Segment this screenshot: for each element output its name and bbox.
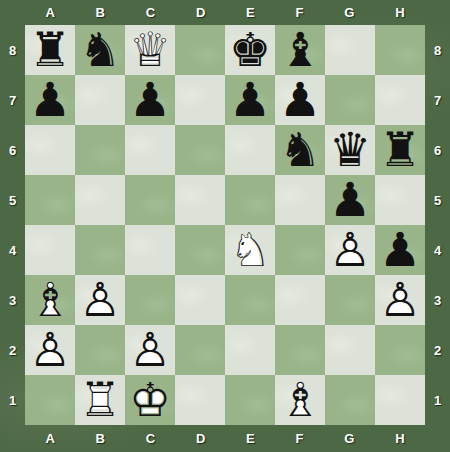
white-pawn-outline-icon: ♙ (25, 325, 75, 375)
piece-white-pawn-a2[interactable]: ♟♙ (25, 325, 75, 375)
piece-black-pawn-e7[interactable]: ♟ (225, 75, 275, 125)
rank-label-left-4: 4 (0, 225, 25, 275)
rank-label-right-6: 6 (425, 125, 450, 175)
black-queen-icon: ♛ (325, 125, 375, 175)
square-h5[interactable] (375, 175, 425, 225)
white-pawn-icon: ♟ (325, 225, 375, 275)
square-e5[interactable] (225, 175, 275, 225)
file-label-top-b: B (75, 0, 125, 25)
file-labels-top: ABCDEFGH (25, 0, 425, 25)
white-queen-outline-icon: ♕ (125, 25, 175, 75)
square-f8[interactable]: ♝ (275, 25, 325, 75)
file-label-bottom-e: E (226, 425, 275, 452)
piece-white-pawn-h3[interactable]: ♟♙ (375, 275, 425, 325)
file-label-top-d: D (176, 0, 226, 25)
white-rook-icon: ♜ (75, 375, 125, 425)
piece-black-rook-a8[interactable]: ♜ (25, 25, 75, 75)
square-g6[interactable]: ♛ (325, 125, 375, 175)
rank-label-right-3: 3 (425, 275, 450, 325)
rank-label-left-3: 3 (0, 275, 25, 325)
piece-black-bishop-f8[interactable]: ♝ (275, 25, 325, 75)
piece-black-pawn-a7[interactable]: ♟ (25, 75, 75, 125)
black-knight-icon: ♞ (275, 125, 325, 175)
white-bishop-icon: ♝ (275, 375, 325, 425)
white-king-icon: ♚ (125, 375, 175, 425)
black-rook-icon: ♜ (375, 125, 425, 175)
black-pawn-icon: ♟ (375, 225, 425, 275)
square-f7[interactable]: ♟ (275, 75, 325, 125)
square-a5[interactable] (25, 175, 75, 225)
square-c5[interactable] (125, 175, 175, 225)
square-b6[interactable] (75, 125, 125, 175)
square-g4[interactable]: ♟♙ (325, 225, 375, 275)
file-label-bottom-d: D (176, 425, 226, 452)
file-labels-bottom: ABCDEFGH (25, 425, 425, 452)
square-d1[interactable] (175, 375, 225, 425)
square-a2[interactable]: ♟♙ (25, 325, 75, 375)
square-f2[interactable] (275, 325, 325, 375)
square-d4[interactable] (175, 225, 225, 275)
black-knight-icon: ♞ (75, 25, 125, 75)
white-pawn-outline-icon: ♙ (325, 225, 375, 275)
rank-label-left-5: 5 (0, 175, 25, 225)
white-pawn-icon: ♟ (75, 275, 125, 325)
white-knight-outline-icon: ♘ (225, 225, 275, 275)
file-label-bottom-b: B (75, 425, 125, 452)
white-queen-icon: ♛ (125, 25, 175, 75)
rank-label-right-8: 8 (425, 25, 450, 75)
white-knight-icon: ♞ (225, 225, 275, 275)
square-b3[interactable]: ♟♙ (75, 275, 125, 325)
rank-label-left-6: 6 (0, 125, 25, 175)
piece-white-knight-e4[interactable]: ♞♘ (225, 225, 275, 275)
square-d8[interactable] (175, 25, 225, 75)
piece-white-pawn-b3[interactable]: ♟♙ (75, 275, 125, 325)
file-label-top-e: E (226, 0, 275, 25)
rank-labels-left: 87654321 (0, 25, 25, 425)
black-pawn-icon: ♟ (125, 75, 175, 125)
square-b8[interactable]: ♞ (75, 25, 125, 75)
rank-label-left-2: 2 (0, 325, 25, 375)
piece-white-queen-c8[interactable]: ♛♕ (125, 25, 175, 75)
square-g1[interactable] (325, 375, 375, 425)
file-label-top-c: C (125, 0, 175, 25)
square-f1[interactable]: ♝♗ (275, 375, 325, 425)
square-a3[interactable]: ♝♗ (25, 275, 75, 325)
piece-white-king-c1[interactable]: ♚♔ (125, 375, 175, 425)
square-b4[interactable] (75, 225, 125, 275)
square-f4[interactable] (275, 225, 325, 275)
piece-white-bishop-f1[interactable]: ♝♗ (275, 375, 325, 425)
black-bishop-icon: ♝ (275, 25, 325, 75)
file-label-top-g: G (324, 0, 375, 25)
square-f5[interactable] (275, 175, 325, 225)
square-a4[interactable] (25, 225, 75, 275)
square-f6[interactable]: ♞ (275, 125, 325, 175)
black-rook-icon: ♜ (25, 25, 75, 75)
rank-label-right-7: 7 (425, 75, 450, 125)
square-d7[interactable] (175, 75, 225, 125)
square-h7[interactable] (375, 75, 425, 125)
black-pawn-icon: ♟ (275, 75, 325, 125)
black-pawn-icon: ♟ (25, 75, 75, 125)
file-label-bottom-h: H (375, 425, 425, 452)
square-c2[interactable]: ♟♙ (125, 325, 175, 375)
piece-white-bishop-a3[interactable]: ♝♗ (25, 275, 75, 325)
square-b5[interactable] (75, 175, 125, 225)
file-label-bottom-c: C (125, 425, 175, 452)
square-e8[interactable]: ♚ (225, 25, 275, 75)
square-a8[interactable]: ♜ (25, 25, 75, 75)
square-c8[interactable]: ♛♕ (125, 25, 175, 75)
square-e1[interactable] (225, 375, 275, 425)
rank-label-left-8: 8 (0, 25, 25, 75)
square-a7[interactable]: ♟ (25, 75, 75, 125)
square-h6[interactable]: ♜ (375, 125, 425, 175)
square-a6[interactable] (25, 125, 75, 175)
square-c3[interactable] (125, 275, 175, 325)
piece-black-pawn-f7[interactable]: ♟ (275, 75, 325, 125)
white-king-outline-icon: ♔ (125, 375, 175, 425)
file-label-bottom-a: A (25, 425, 75, 452)
square-d5[interactable] (175, 175, 225, 225)
white-pawn-icon: ♟ (125, 325, 175, 375)
square-a1[interactable] (25, 375, 75, 425)
square-c4[interactable] (125, 225, 175, 275)
piece-black-knight-f6[interactable]: ♞ (275, 125, 325, 175)
square-c6[interactable] (125, 125, 175, 175)
square-f3[interactable] (275, 275, 325, 325)
file-label-top-a: A (25, 0, 75, 25)
piece-white-pawn-g4[interactable]: ♟♙ (325, 225, 375, 275)
chess-board: ♜♞♛♕♚♝♟♟♟♟♞♛♜♟♞♘♟♙♟♝♗♟♙♟♙♟♙♟♙♜♖♚♔♝♗ (25, 25, 425, 425)
black-pawn-icon: ♟ (225, 75, 275, 125)
piece-black-queen-g6[interactable]: ♛ (325, 125, 375, 175)
rank-label-left-7: 7 (0, 75, 25, 125)
square-g3[interactable] (325, 275, 375, 325)
square-b2[interactable] (75, 325, 125, 375)
white-pawn-outline-icon: ♙ (375, 275, 425, 325)
square-e3[interactable] (225, 275, 275, 325)
square-c1[interactable]: ♚♔ (125, 375, 175, 425)
piece-black-king-e8[interactable]: ♚ (225, 25, 275, 75)
file-label-top-h: H (375, 0, 425, 25)
square-c7[interactable]: ♟ (125, 75, 175, 125)
square-d6[interactable] (175, 125, 225, 175)
rank-label-right-4: 4 (425, 225, 450, 275)
rank-label-left-1: 1 (0, 375, 25, 425)
rank-label-right-5: 5 (425, 175, 450, 225)
rank-labels-right: 87654321 (425, 25, 450, 425)
square-g7[interactable] (325, 75, 375, 125)
square-e7[interactable]: ♟ (225, 75, 275, 125)
white-bishop-outline-icon: ♗ (25, 275, 75, 325)
square-h1[interactable] (375, 375, 425, 425)
white-pawn-outline-icon: ♙ (125, 325, 175, 375)
white-bishop-icon: ♝ (25, 275, 75, 325)
white-pawn-icon: ♟ (25, 325, 75, 375)
piece-black-pawn-c7[interactable]: ♟ (125, 75, 175, 125)
file-label-bottom-f: F (275, 425, 324, 452)
piece-black-pawn-h4[interactable]: ♟ (375, 225, 425, 275)
white-rook-outline-icon: ♖ (75, 375, 125, 425)
file-label-top-f: F (275, 0, 324, 25)
square-d2[interactable] (175, 325, 225, 375)
square-h3[interactable]: ♟♙ (375, 275, 425, 325)
piece-black-pawn-g5[interactable]: ♟ (325, 175, 375, 225)
black-pawn-icon: ♟ (325, 175, 375, 225)
rank-label-right-1: 1 (425, 375, 450, 425)
square-h2[interactable] (375, 325, 425, 375)
square-h4[interactable]: ♟ (375, 225, 425, 275)
white-bishop-outline-icon: ♗ (275, 375, 325, 425)
black-king-icon: ♚ (225, 25, 275, 75)
square-h8[interactable] (375, 25, 425, 75)
square-e2[interactable] (225, 325, 275, 375)
piece-white-rook-b1[interactable]: ♜♖ (75, 375, 125, 425)
rank-label-right-2: 2 (425, 325, 450, 375)
square-d3[interactable] (175, 275, 225, 325)
square-b7[interactable] (75, 75, 125, 125)
square-g5[interactable]: ♟ (325, 175, 375, 225)
piece-white-pawn-c2[interactable]: ♟♙ (125, 325, 175, 375)
square-g2[interactable] (325, 325, 375, 375)
chess-board-frame: ABCDEFGH ABCDEFGH 87654321 87654321 ♜♞♛♕… (0, 0, 450, 452)
white-pawn-outline-icon: ♙ (75, 275, 125, 325)
piece-black-knight-b8[interactable]: ♞ (75, 25, 125, 75)
square-e4[interactable]: ♞♘ (225, 225, 275, 275)
square-b1[interactable]: ♜♖ (75, 375, 125, 425)
file-label-bottom-g: G (324, 425, 375, 452)
white-pawn-icon: ♟ (375, 275, 425, 325)
square-g8[interactable] (325, 25, 375, 75)
square-e6[interactable] (225, 125, 275, 175)
piece-black-rook-h6[interactable]: ♜ (375, 125, 425, 175)
